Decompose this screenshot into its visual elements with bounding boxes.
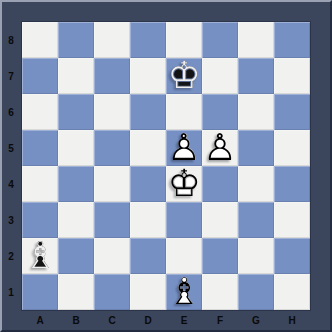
- white-bishop-glyph-outline: ♗: [167, 274, 200, 310]
- square-e1[interactable]: ♝♗: [166, 274, 202, 310]
- square-a5[interactable]: [22, 130, 58, 166]
- white-pawn-f5[interactable]: ♟♙: [202, 130, 238, 166]
- square-e5[interactable]: ♟♙: [166, 130, 202, 166]
- square-g5[interactable]: [238, 130, 274, 166]
- square-d5[interactable]: [130, 130, 166, 166]
- square-f2[interactable]: [202, 238, 238, 274]
- black-bishop-glyph-outline: ♗: [23, 238, 56, 274]
- square-c4[interactable]: [94, 166, 130, 202]
- square-b2[interactable]: [58, 238, 94, 274]
- square-c8[interactable]: [94, 22, 130, 58]
- square-h6[interactable]: [274, 94, 310, 130]
- file-label-e: E: [166, 310, 202, 330]
- square-c7[interactable]: [94, 58, 130, 94]
- rank-label-1: 1: [0, 274, 22, 310]
- rank-labels: 87654321: [0, 22, 22, 310]
- square-f5[interactable]: ♟♙: [202, 130, 238, 166]
- white-pawn-glyph-fill: ♟: [203, 130, 236, 166]
- square-b4[interactable]: [58, 166, 94, 202]
- rank-label-5: 5: [0, 130, 22, 166]
- rank-label-2: 2: [0, 238, 22, 274]
- rank-label-8: 8: [0, 22, 22, 58]
- square-b8[interactable]: [58, 22, 94, 58]
- white-pawn-e5[interactable]: ♟♙: [166, 130, 202, 166]
- square-g4[interactable]: [238, 166, 274, 202]
- square-f3[interactable]: [202, 202, 238, 238]
- square-a8[interactable]: [22, 22, 58, 58]
- square-e3[interactable]: [166, 202, 202, 238]
- square-b1[interactable]: [58, 274, 94, 310]
- square-c5[interactable]: [94, 130, 130, 166]
- white-bishop-glyph-fill: ♝: [167, 274, 200, 310]
- file-label-c: C: [94, 310, 130, 330]
- square-g7[interactable]: [238, 58, 274, 94]
- white-king-glyph-fill: ♚: [167, 166, 200, 202]
- file-labels: ABCDEFGH: [22, 310, 310, 330]
- square-a7[interactable]: [22, 58, 58, 94]
- square-b7[interactable]: [58, 58, 94, 94]
- square-h5[interactable]: [274, 130, 310, 166]
- square-d3[interactable]: [130, 202, 166, 238]
- square-e4[interactable]: ♚♔: [166, 166, 202, 202]
- square-b6[interactable]: [58, 94, 94, 130]
- square-a1[interactable]: [22, 274, 58, 310]
- square-c1[interactable]: [94, 274, 130, 310]
- square-g2[interactable]: [238, 238, 274, 274]
- square-d4[interactable]: [130, 166, 166, 202]
- square-f6[interactable]: [202, 94, 238, 130]
- square-c6[interactable]: [94, 94, 130, 130]
- rank-label-6: 6: [0, 94, 22, 130]
- rank-label-7: 7: [0, 58, 22, 94]
- file-label-h: H: [274, 310, 310, 330]
- square-e6[interactable]: [166, 94, 202, 130]
- square-d2[interactable]: [130, 238, 166, 274]
- white-pawn-glyph-outline: ♙: [167, 130, 200, 166]
- square-h2[interactable]: [274, 238, 310, 274]
- file-label-b: B: [58, 310, 94, 330]
- white-bishop-e1[interactable]: ♝♗: [166, 274, 202, 310]
- rank-label-4: 4: [0, 166, 22, 202]
- square-d6[interactable]: [130, 94, 166, 130]
- black-king-e7[interactable]: ♚♔: [166, 58, 202, 94]
- square-c3[interactable]: [94, 202, 130, 238]
- square-a2[interactable]: ♝♗: [22, 238, 58, 274]
- square-f4[interactable]: [202, 166, 238, 202]
- chess-diagram: 87654321 ♚♔♟♙♟♙♚♔♝♗♝♗ ABCDEFGH: [0, 0, 332, 332]
- square-d1[interactable]: [130, 274, 166, 310]
- square-d7[interactable]: [130, 58, 166, 94]
- file-label-a: A: [22, 310, 58, 330]
- file-label-f: F: [202, 310, 238, 330]
- rank-label-3: 3: [0, 202, 22, 238]
- black-king-glyph-fill: ♚: [167, 58, 200, 94]
- square-a6[interactable]: [22, 94, 58, 130]
- square-b3[interactable]: [58, 202, 94, 238]
- white-king-glyph-outline: ♔: [167, 166, 200, 202]
- square-e8[interactable]: [166, 22, 202, 58]
- square-d8[interactable]: [130, 22, 166, 58]
- square-g1[interactable]: [238, 274, 274, 310]
- square-a3[interactable]: [22, 202, 58, 238]
- file-label-d: D: [130, 310, 166, 330]
- square-b5[interactable]: [58, 130, 94, 166]
- square-g3[interactable]: [238, 202, 274, 238]
- chess-board[interactable]: ♚♔♟♙♟♙♚♔♝♗♝♗: [22, 22, 310, 310]
- square-h8[interactable]: [274, 22, 310, 58]
- square-f7[interactable]: [202, 58, 238, 94]
- square-h7[interactable]: [274, 58, 310, 94]
- black-bishop-glyph-fill: ♝: [23, 238, 56, 274]
- square-c2[interactable]: [94, 238, 130, 274]
- white-pawn-glyph-outline: ♙: [203, 130, 236, 166]
- black-king-glyph-outline: ♔: [167, 58, 200, 94]
- square-a4[interactable]: [22, 166, 58, 202]
- square-f8[interactable]: [202, 22, 238, 58]
- square-h4[interactable]: [274, 166, 310, 202]
- white-king-e4[interactable]: ♚♔: [166, 166, 202, 202]
- square-f1[interactable]: [202, 274, 238, 310]
- square-e2[interactable]: [166, 238, 202, 274]
- square-e7[interactable]: ♚♔: [166, 58, 202, 94]
- square-h3[interactable]: [274, 202, 310, 238]
- white-pawn-glyph-fill: ♟: [167, 130, 200, 166]
- black-bishop-a2[interactable]: ♝♗: [22, 238, 58, 274]
- square-h1[interactable]: [274, 274, 310, 310]
- file-label-g: G: [238, 310, 274, 330]
- square-g6[interactable]: [238, 94, 274, 130]
- square-g8[interactable]: [238, 22, 274, 58]
